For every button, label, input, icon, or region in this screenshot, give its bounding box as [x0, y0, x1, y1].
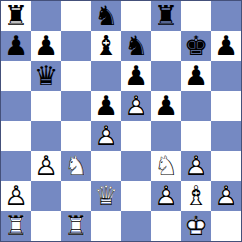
square-c1[interactable]: ♜♖ — [61, 211, 91, 241]
square-a4[interactable] — [1, 121, 31, 151]
black-pawn-icon: ♟ — [151, 91, 181, 121]
white-pawn-icon: ♟♙ — [31, 151, 61, 181]
square-e8[interactable] — [121, 1, 151, 31]
square-d5[interactable]: ♟ — [91, 91, 121, 121]
black-bishop-icon: ♝ — [91, 31, 121, 61]
white-knight-icon: ♞♘ — [61, 151, 91, 181]
black-rook-icon: ♜ — [1, 1, 31, 31]
square-b5[interactable] — [31, 91, 61, 121]
square-h3[interactable] — [211, 151, 241, 181]
white-pawn-icon: ♟♙ — [151, 181, 181, 211]
square-g4[interactable] — [181, 121, 211, 151]
white-bishop-icon: ♝♗ — [181, 181, 211, 211]
square-a8[interactable]: ♜ — [1, 1, 31, 31]
square-a5[interactable] — [1, 91, 31, 121]
square-a7[interactable]: ♟ — [1, 31, 31, 61]
square-f5[interactable]: ♟ — [151, 91, 181, 121]
square-h4[interactable] — [211, 121, 241, 151]
square-b1[interactable] — [31, 211, 61, 241]
black-rook-icon: ♜ — [151, 1, 181, 31]
square-f7[interactable] — [151, 31, 181, 61]
white-pawn-icon: ♟♙ — [1, 181, 31, 211]
square-h2[interactable]: ♟♙ — [211, 181, 241, 211]
square-d6[interactable] — [91, 61, 121, 91]
square-e6[interactable]: ♟ — [121, 61, 151, 91]
square-c3[interactable]: ♞♘ — [61, 151, 91, 181]
square-b7[interactable]: ♟ — [31, 31, 61, 61]
square-b3[interactable]: ♟♙ — [31, 151, 61, 181]
square-e3[interactable] — [121, 151, 151, 181]
square-c6[interactable] — [61, 61, 91, 91]
square-a6[interactable] — [1, 61, 31, 91]
square-f2[interactable]: ♟♙ — [151, 181, 181, 211]
square-f8[interactable]: ♜ — [151, 1, 181, 31]
square-d3[interactable] — [91, 151, 121, 181]
black-queen-icon: ♛ — [31, 61, 61, 91]
square-c7[interactable] — [61, 31, 91, 61]
square-d2[interactable]: ♛♕ — [91, 181, 121, 211]
square-g7[interactable]: ♚ — [181, 31, 211, 61]
square-b4[interactable] — [31, 121, 61, 151]
square-c2[interactable] — [61, 181, 91, 211]
black-pawn-icon: ♟ — [1, 31, 31, 61]
square-c5[interactable] — [61, 91, 91, 121]
square-b2[interactable] — [31, 181, 61, 211]
square-f6[interactable] — [151, 61, 181, 91]
square-f1[interactable] — [151, 211, 181, 241]
chess-board-container: ♜♞♜♟♟♝♞♚♟♛♟♟♟♟♙♟♟♙♟♙♞♘♞♘♟♙♟♙♛♕♟♙♝♗♟♙♜♖♜♖… — [0, 0, 242, 242]
square-d8[interactable]: ♞ — [91, 1, 121, 31]
square-h6[interactable] — [211, 61, 241, 91]
square-h5[interactable] — [211, 91, 241, 121]
square-g8[interactable] — [181, 1, 211, 31]
square-h8[interactable] — [211, 1, 241, 31]
square-a3[interactable] — [1, 151, 31, 181]
white-pawn-icon: ♟♙ — [121, 91, 151, 121]
square-a2[interactable]: ♟♙ — [1, 181, 31, 211]
square-b6[interactable]: ♛ — [31, 61, 61, 91]
chess-board: ♜♞♜♟♟♝♞♚♟♛♟♟♟♟♙♟♟♙♟♙♞♘♞♘♟♙♟♙♛♕♟♙♝♗♟♙♜♖♜♖… — [0, 0, 242, 242]
square-d4[interactable]: ♟♙ — [91, 121, 121, 151]
white-queen-icon: ♛♕ — [91, 181, 121, 211]
square-a1[interactable]: ♜♖ — [1, 211, 31, 241]
square-h7[interactable]: ♟ — [211, 31, 241, 61]
square-g5[interactable] — [181, 91, 211, 121]
square-b8[interactable] — [31, 1, 61, 31]
white-pawn-icon: ♟♙ — [181, 151, 211, 181]
square-c8[interactable] — [61, 1, 91, 31]
white-rook-icon: ♜♖ — [61, 211, 91, 241]
black-knight-icon: ♞ — [91, 1, 121, 31]
square-f3[interactable]: ♞♘ — [151, 151, 181, 181]
square-e2[interactable] — [121, 181, 151, 211]
white-pawn-icon: ♟♙ — [211, 181, 241, 211]
square-h1[interactable] — [211, 211, 241, 241]
square-g3[interactable]: ♟♙ — [181, 151, 211, 181]
black-pawn-icon: ♟ — [91, 91, 121, 121]
square-g1[interactable]: ♚♔ — [181, 211, 211, 241]
white-rook-icon: ♜♖ — [1, 211, 31, 241]
black-pawn-icon: ♟ — [211, 31, 241, 61]
square-g2[interactable]: ♝♗ — [181, 181, 211, 211]
square-f4[interactable] — [151, 121, 181, 151]
black-pawn-icon: ♟ — [121, 61, 151, 91]
black-knight-icon: ♞ — [121, 31, 151, 61]
square-e7[interactable]: ♞ — [121, 31, 151, 61]
square-e5[interactable]: ♟♙ — [121, 91, 151, 121]
square-d1[interactable] — [91, 211, 121, 241]
black-pawn-icon: ♟ — [31, 31, 61, 61]
black-pawn-icon: ♟ — [181, 61, 211, 91]
white-king-icon: ♚♔ — [181, 211, 211, 241]
square-c4[interactable] — [61, 121, 91, 151]
black-king-icon: ♚ — [181, 31, 211, 61]
square-g6[interactable]: ♟ — [181, 61, 211, 91]
square-e4[interactable] — [121, 121, 151, 151]
white-knight-icon: ♞♘ — [151, 151, 181, 181]
square-d7[interactable]: ♝ — [91, 31, 121, 61]
square-e1[interactable] — [121, 211, 151, 241]
white-pawn-icon: ♟♙ — [91, 121, 121, 151]
